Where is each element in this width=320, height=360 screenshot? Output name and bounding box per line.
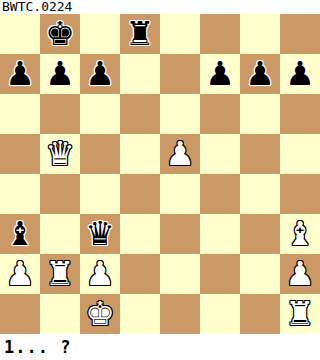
square-b4[interactable]: [40, 174, 80, 214]
square-d7[interactable]: [120, 54, 160, 94]
square-c1[interactable]: ♚: [80, 294, 120, 334]
square-g4[interactable]: [240, 174, 280, 214]
square-b1[interactable]: [40, 294, 80, 334]
square-c8[interactable]: [80, 14, 120, 54]
square-a6[interactable]: [0, 94, 40, 134]
square-d5[interactable]: [120, 134, 160, 174]
square-a7[interactable]: ♟: [0, 54, 40, 94]
square-e4[interactable]: [160, 174, 200, 214]
black-pawn-c7[interactable]: ♟: [85, 54, 115, 94]
black-pawn-b7[interactable]: ♟: [45, 54, 75, 94]
square-g2[interactable]: [240, 254, 280, 294]
square-c7[interactable]: ♟: [80, 54, 120, 94]
puzzle-id-label: BWTC.0224: [0, 0, 320, 14]
square-a8[interactable]: [0, 14, 40, 54]
square-h3[interactable]: ♝: [280, 214, 320, 254]
square-a3[interactable]: ♝: [0, 214, 40, 254]
square-a2[interactable]: ♟: [0, 254, 40, 294]
square-d1[interactable]: [120, 294, 160, 334]
square-g6[interactable]: [240, 94, 280, 134]
square-d8[interactable]: ♜: [120, 14, 160, 54]
square-e3[interactable]: [160, 214, 200, 254]
square-b6[interactable]: [40, 94, 80, 134]
square-d6[interactable]: [120, 94, 160, 134]
square-g7[interactable]: ♟: [240, 54, 280, 94]
square-g5[interactable]: [240, 134, 280, 174]
black-pawn-a7[interactable]: ♟: [5, 54, 35, 94]
square-g8[interactable]: [240, 14, 280, 54]
square-g1[interactable]: [240, 294, 280, 334]
square-b7[interactable]: ♟: [40, 54, 80, 94]
square-e7[interactable]: [160, 54, 200, 94]
square-f5[interactable]: [200, 134, 240, 174]
square-f1[interactable]: [200, 294, 240, 334]
square-f2[interactable]: [200, 254, 240, 294]
square-h1[interactable]: ♜: [280, 294, 320, 334]
chess-board: ♚♜♟♟♟♟♟♟♛♟♝♛♝♟♜♟♟♚♜: [0, 14, 320, 334]
square-h7[interactable]: ♟: [280, 54, 320, 94]
square-d3[interactable]: [120, 214, 160, 254]
square-g3[interactable]: [240, 214, 280, 254]
square-d4[interactable]: [120, 174, 160, 214]
square-c2[interactable]: ♟: [80, 254, 120, 294]
move-prompt-label: 1... ?: [0, 337, 71, 357]
white-queen-b5[interactable]: ♛: [45, 134, 75, 174]
square-h2[interactable]: ♟: [280, 254, 320, 294]
square-f4[interactable]: [200, 174, 240, 214]
square-b5[interactable]: ♛: [40, 134, 80, 174]
white-pawn-a2[interactable]: ♟: [5, 254, 35, 294]
square-c3[interactable]: ♛: [80, 214, 120, 254]
white-pawn-e5[interactable]: ♟: [165, 134, 195, 174]
black-bishop-a3[interactable]: ♝: [5, 214, 35, 254]
square-e1[interactable]: [160, 294, 200, 334]
square-c4[interactable]: [80, 174, 120, 214]
square-h5[interactable]: [280, 134, 320, 174]
black-rook-d8[interactable]: ♜: [125, 14, 155, 54]
move-prompt-bar: 1... ?: [0, 334, 320, 360]
square-f7[interactable]: ♟: [200, 54, 240, 94]
square-f6[interactable]: [200, 94, 240, 134]
square-c6[interactable]: [80, 94, 120, 134]
square-a1[interactable]: [0, 294, 40, 334]
square-f3[interactable]: [200, 214, 240, 254]
white-rook-h1[interactable]: ♜: [285, 294, 315, 334]
square-e5[interactable]: ♟: [160, 134, 200, 174]
white-pawn-c2[interactable]: ♟: [85, 254, 115, 294]
white-king-c1[interactable]: ♚: [85, 294, 115, 334]
square-h8[interactable]: [280, 14, 320, 54]
square-e6[interactable]: [160, 94, 200, 134]
white-rook-b2[interactable]: ♜: [45, 254, 75, 294]
black-pawn-g7[interactable]: ♟: [245, 54, 275, 94]
black-king-b8[interactable]: ♚: [45, 14, 75, 54]
puzzle-diagram: BWTC.0224 ♚♜♟♟♟♟♟♟♛♟♝♛♝♟♜♟♟♚♜ 1... ?: [0, 0, 320, 360]
square-d2[interactable]: [120, 254, 160, 294]
square-f8[interactable]: [200, 14, 240, 54]
white-pawn-h2[interactable]: ♟: [285, 254, 315, 294]
black-pawn-f7[interactable]: ♟: [205, 54, 235, 94]
square-e8[interactable]: [160, 14, 200, 54]
square-b8[interactable]: ♚: [40, 14, 80, 54]
black-queen-c3[interactable]: ♛: [85, 214, 115, 254]
square-e2[interactable]: [160, 254, 200, 294]
square-b2[interactable]: ♜: [40, 254, 80, 294]
square-c5[interactable]: [80, 134, 120, 174]
black-pawn-h7[interactable]: ♟: [285, 54, 315, 94]
square-h6[interactable]: [280, 94, 320, 134]
white-bishop-h3[interactable]: ♝: [285, 214, 315, 254]
square-a5[interactable]: [0, 134, 40, 174]
square-a4[interactable]: [0, 174, 40, 214]
square-b3[interactable]: [40, 214, 80, 254]
square-h4[interactable]: [280, 174, 320, 214]
